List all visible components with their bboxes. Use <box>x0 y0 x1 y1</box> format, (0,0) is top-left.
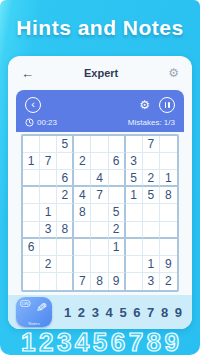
cell-r6c6[interactable]: 2 <box>109 222 126 239</box>
cell-r1c8[interactable]: 7 <box>143 136 160 153</box>
cell-r1c7[interactable] <box>126 136 143 153</box>
cell-r7c7[interactable] <box>126 239 143 256</box>
decorative-number-row: 123456789 <box>0 329 200 355</box>
toolbar-icons: ‹ ⚙ <box>25 97 175 113</box>
cell-r7c1[interactable]: 6 <box>23 239 40 256</box>
timer-value: 00:23 <box>37 118 57 127</box>
notes-on-badge: ON <box>20 300 31 307</box>
cell-r9c9[interactable]: 2 <box>160 273 177 290</box>
cell-r8c7[interactable] <box>126 256 143 273</box>
cell-r9c8[interactable]: 3 <box>143 273 160 290</box>
cell-r5c9[interactable] <box>160 204 177 221</box>
cell-r2c1[interactable]: 1 <box>23 153 40 170</box>
cell-r8c1[interactable] <box>23 256 40 273</box>
cell-r4c6[interactable] <box>109 187 126 204</box>
cell-r9c5[interactable]: 8 <box>91 273 108 290</box>
decorative-number-4: 4 <box>75 329 89 355</box>
cell-r5c8[interactable] <box>143 204 160 221</box>
numpad-3[interactable]: 3 <box>92 305 99 320</box>
cell-r4c1[interactable] <box>23 187 40 204</box>
cell-r3c5[interactable]: 4 <box>91 170 108 187</box>
cell-r2c4[interactable]: 2 <box>74 153 91 170</box>
numpad-6[interactable]: 6 <box>133 305 140 320</box>
cell-r6c7[interactable] <box>126 222 143 239</box>
cell-r6c1[interactable] <box>23 222 40 239</box>
cell-r7c4[interactable] <box>74 239 91 256</box>
cell-r3c6[interactable] <box>109 170 126 187</box>
cell-r6c5[interactable] <box>91 222 108 239</box>
cell-r1c6[interactable] <box>109 136 126 153</box>
numpad-2[interactable]: 2 <box>78 305 85 320</box>
pause-icon[interactable] <box>159 97 175 113</box>
cell-r2c5[interactable] <box>91 153 108 170</box>
difficulty-title: Expert <box>34 67 168 79</box>
cell-r4c2[interactable] <box>40 187 57 204</box>
numpad-4[interactable]: 4 <box>106 305 113 320</box>
settings-gear-icon[interactable]: ⚙ <box>168 67 179 79</box>
cell-r4c4[interactable]: 4 <box>74 187 91 204</box>
cell-r9c6[interactable]: 9 <box>109 273 126 290</box>
cell-r6c9[interactable] <box>160 222 177 239</box>
cell-r6c3[interactable]: 8 <box>57 222 74 239</box>
banner-title: Hints and Notes <box>16 16 183 40</box>
cell-r9c3[interactable] <box>57 273 74 290</box>
cell-r8c9[interactable]: 9 <box>160 256 177 273</box>
decorative-number-2: 2 <box>39 329 53 355</box>
cell-r2c9[interactable] <box>160 153 177 170</box>
numpad-8[interactable]: 8 <box>161 305 168 320</box>
sudoku-board: 5717263645212471581853826121978932 <box>21 134 179 292</box>
cell-r7c3[interactable] <box>57 239 74 256</box>
cell-r1c3[interactable]: 5 <box>57 136 74 153</box>
cell-r3c7[interactable]: 5 <box>126 170 143 187</box>
decorative-number-6: 6 <box>111 329 125 355</box>
mistakes-counter: Mistakes: 1/3 <box>128 118 175 127</box>
cell-r4c3[interactable]: 2 <box>57 187 74 204</box>
cell-r7c6[interactable]: 1 <box>109 239 126 256</box>
board-area: 5717263645212471581853826121978932 <box>8 132 192 295</box>
cell-r6c8[interactable] <box>143 222 160 239</box>
cell-r1c4[interactable] <box>74 136 91 153</box>
cell-r6c4[interactable] <box>74 222 91 239</box>
number-pad: 123456789 <box>64 305 182 320</box>
cell-r7c9[interactable] <box>160 239 177 256</box>
cell-r3c2[interactable] <box>40 170 57 187</box>
pencil-icon: ✎ <box>35 300 48 314</box>
game-settings-icon[interactable]: ⚙ <box>139 99 150 111</box>
timer: 00:23 <box>25 118 57 127</box>
cell-r9c1[interactable] <box>23 273 40 290</box>
decorative-number-9: 9 <box>165 329 179 355</box>
game-toolbar: ‹ ⚙ 00:23 Mistakes: 1/3 <box>16 90 184 132</box>
cell-r2c3[interactable] <box>57 153 74 170</box>
cell-r6c2[interactable]: 3 <box>40 222 57 239</box>
game-card: ← Expert ⚙ ‹ ⚙ 00:23 Mistak <box>8 56 192 329</box>
cell-r5c5[interactable] <box>91 204 108 221</box>
cell-r4c7[interactable]: 1 <box>126 187 143 204</box>
notes-button-label: Notes <box>21 322 47 326</box>
cell-r2c2[interactable]: 7 <box>40 153 57 170</box>
cell-r2c7[interactable]: 3 <box>126 153 143 170</box>
cell-r7c5[interactable] <box>91 239 108 256</box>
cell-r5c6[interactable]: 5 <box>109 204 126 221</box>
cell-r3c1[interactable] <box>23 170 40 187</box>
cell-r5c1[interactable] <box>23 204 40 221</box>
decorative-number-1: 1 <box>21 329 35 355</box>
cell-r8c5[interactable] <box>91 256 108 273</box>
cell-r1c9[interactable] <box>160 136 177 153</box>
cell-r8c8[interactable]: 1 <box>143 256 160 273</box>
cell-r9c2[interactable] <box>40 273 57 290</box>
app-screenshot: Hints and Notes ← Expert ⚙ ‹ ⚙ <box>0 0 200 355</box>
cell-r3c8[interactable]: 2 <box>143 170 160 187</box>
clock-icon <box>25 118 34 127</box>
cell-r1c1[interactable] <box>23 136 40 153</box>
cell-r2c8[interactable] <box>143 153 160 170</box>
cell-r4c9[interactable]: 8 <box>160 187 177 204</box>
cell-r4c5[interactable]: 7 <box>91 187 108 204</box>
cell-r4c8[interactable]: 5 <box>143 187 160 204</box>
pause-bars-glyph <box>165 102 170 108</box>
cell-r5c3[interactable] <box>57 204 74 221</box>
decorative-number-7: 7 <box>129 329 143 355</box>
decorative-number-3: 3 <box>57 329 71 355</box>
card-header: ← Expert ⚙ <box>8 56 192 90</box>
numpad-1[interactable]: 1 <box>64 305 71 320</box>
cell-r9c4[interactable]: 7 <box>74 273 91 290</box>
numpad-9[interactable]: 9 <box>175 305 182 320</box>
undo-icon[interactable]: ‹ <box>25 97 41 113</box>
cell-r3c4[interactable] <box>74 170 91 187</box>
notes-button[interactable]: ON ✎ Notes <box>16 297 52 327</box>
numpad-5[interactable]: 5 <box>119 305 126 320</box>
promo-banner: Hints and Notes <box>0 0 200 56</box>
input-bar: ON ✎ Notes 123456789 <box>8 295 192 329</box>
cell-r5c2[interactable]: 1 <box>40 204 57 221</box>
toolbar-status: 00:23 Mistakes: 1/3 <box>25 118 175 127</box>
numpad-7[interactable]: 7 <box>147 305 154 320</box>
cell-r8c6[interactable] <box>109 256 126 273</box>
cell-r8c4[interactable] <box>74 256 91 273</box>
cell-r7c2[interactable] <box>40 239 57 256</box>
cell-r1c5[interactable] <box>91 136 108 153</box>
cell-r1c2[interactable] <box>40 136 57 153</box>
cell-r5c7[interactable] <box>126 204 143 221</box>
cell-r3c3[interactable]: 6 <box>57 170 74 187</box>
cell-r3c9[interactable]: 1 <box>160 170 177 187</box>
cell-r8c2[interactable]: 2 <box>40 256 57 273</box>
cell-r8c3[interactable] <box>57 256 74 273</box>
cell-r5c4[interactable]: 8 <box>74 204 91 221</box>
decorative-number-5: 5 <box>93 329 107 355</box>
cell-r9c7[interactable] <box>126 273 143 290</box>
cell-r2c6[interactable]: 6 <box>109 153 126 170</box>
cell-r7c8[interactable] <box>143 239 160 256</box>
decorative-number-8: 8 <box>147 329 161 355</box>
back-arrow-icon[interactable]: ← <box>21 67 34 80</box>
